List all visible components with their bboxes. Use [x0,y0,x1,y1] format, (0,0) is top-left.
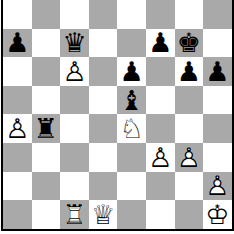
board-frame: ♟♛♟♚♟♙♟♟♟♝♟♙♜♞♘♟♙♟♙♟♙♜♖♛♕♚♔ [1,0,234,231]
chess-diagram: ♟♛♟♚♟♙♟♟♟♝♟♙♜♞♘♟♙♟♙♟♙♜♖♛♕♚♔ [0,0,234,234]
square-b6[interactable] [32,57,61,86]
square-h2[interactable]: ♟♙ [203,172,232,201]
square-c4[interactable] [60,114,89,143]
square-a1[interactable] [3,200,32,229]
square-g3[interactable]: ♟♙ [175,143,204,172]
square-b3[interactable] [32,143,61,172]
square-d3[interactable] [89,143,118,172]
piece-white-knight[interactable]: ♞♘ [117,114,146,143]
square-f6[interactable] [146,57,175,86]
square-d1[interactable]: ♛♕ [89,200,118,229]
piece-black-pawn[interactable]: ♟ [3,29,32,58]
square-e2[interactable] [117,172,146,201]
square-b1[interactable] [32,200,61,229]
black-pawn-glyph: ♟ [203,57,232,86]
black-queen-glyph: ♛ [60,29,89,58]
piece-white-pawn[interactable]: ♟♙ [146,143,175,172]
square-c8[interactable] [60,0,89,29]
square-d8[interactable] [89,0,118,29]
piece-black-pawn[interactable]: ♟ [203,57,232,86]
square-f1[interactable] [146,200,175,229]
square-e8[interactable] [117,0,146,29]
black-bishop-glyph: ♝ [117,86,146,115]
black-pawn-glyph: ♟ [146,29,175,58]
square-c6[interactable]: ♟♙ [60,57,89,86]
white-queen-outline-glyph: ♕ [89,200,118,229]
square-f4[interactable] [146,114,175,143]
square-g4[interactable] [175,114,204,143]
piece-black-pawn[interactable]: ♟ [117,57,146,86]
square-h1[interactable]: ♚♔ [203,200,232,229]
square-c3[interactable] [60,143,89,172]
piece-white-pawn[interactable]: ♟♙ [203,172,232,201]
black-pawn-glyph: ♟ [3,29,32,58]
square-e4[interactable]: ♞♘ [117,114,146,143]
square-b8[interactable] [32,0,61,29]
black-pawn-glyph: ♟ [117,57,146,86]
square-a5[interactable] [3,86,32,115]
square-f3[interactable]: ♟♙ [146,143,175,172]
square-h6[interactable]: ♟ [203,57,232,86]
piece-white-rook[interactable]: ♜♖ [60,200,89,229]
piece-white-pawn[interactable]: ♟♙ [60,57,89,86]
square-f7[interactable]: ♟ [146,29,175,58]
square-b2[interactable] [32,172,61,201]
square-g2[interactable] [175,172,204,201]
chess-board[interactable]: ♟♛♟♚♟♙♟♟♟♝♟♙♜♞♘♟♙♟♙♟♙♜♖♛♕♚♔ [3,0,232,229]
square-g5[interactable] [175,86,204,115]
white-pawn-outline-glyph: ♙ [203,172,232,201]
white-pawn-outline-glyph: ♙ [60,57,89,86]
square-e3[interactable] [117,143,146,172]
square-a3[interactable] [3,143,32,172]
piece-black-pawn[interactable]: ♟ [146,29,175,58]
square-a8[interactable] [3,0,32,29]
square-h3[interactable] [203,143,232,172]
square-e5[interactable]: ♝ [117,86,146,115]
white-rook-outline-glyph: ♖ [60,200,89,229]
piece-black-queen[interactable]: ♛ [60,29,89,58]
square-a4[interactable]: ♟♙ [3,114,32,143]
square-a2[interactable] [3,172,32,201]
piece-black-pawn[interactable]: ♟ [175,57,204,86]
piece-black-rook[interactable]: ♜ [32,114,61,143]
square-b7[interactable] [32,29,61,58]
square-h5[interactable] [203,86,232,115]
black-king-glyph: ♚ [175,29,204,58]
square-b4[interactable]: ♜ [32,114,61,143]
square-f5[interactable] [146,86,175,115]
square-f2[interactable] [146,172,175,201]
square-e1[interactable] [117,200,146,229]
square-g6[interactable]: ♟ [175,57,204,86]
square-d7[interactable] [89,29,118,58]
white-pawn-outline-glyph: ♙ [175,143,204,172]
square-c7[interactable]: ♛ [60,29,89,58]
square-d2[interactable] [89,172,118,201]
piece-white-pawn[interactable]: ♟♙ [3,114,32,143]
square-b5[interactable] [32,86,61,115]
white-pawn-outline-glyph: ♙ [3,114,32,143]
black-rook-glyph: ♜ [32,114,61,143]
square-e7[interactable] [117,29,146,58]
square-a6[interactable] [3,57,32,86]
square-a7[interactable]: ♟ [3,29,32,58]
piece-white-king[interactable]: ♚♔ [203,200,232,229]
square-e6[interactable]: ♟ [117,57,146,86]
square-g7[interactable]: ♚ [175,29,204,58]
piece-black-king[interactable]: ♚ [175,29,204,58]
square-d5[interactable] [89,86,118,115]
square-d4[interactable] [89,114,118,143]
square-h7[interactable] [203,29,232,58]
square-c5[interactable] [60,86,89,115]
square-c1[interactable]: ♜♖ [60,200,89,229]
square-g1[interactable] [175,200,204,229]
piece-white-queen[interactable]: ♛♕ [89,200,118,229]
square-f8[interactable] [146,0,175,29]
square-g8[interactable] [175,0,204,29]
square-h8[interactable] [203,0,232,29]
square-h4[interactable] [203,114,232,143]
square-c2[interactable] [60,172,89,201]
white-knight-outline-glyph: ♘ [117,114,146,143]
black-pawn-glyph: ♟ [175,57,204,86]
square-d6[interactable] [89,57,118,86]
piece-black-bishop[interactable]: ♝ [117,86,146,115]
white-king-outline-glyph: ♔ [203,200,232,229]
white-pawn-outline-glyph: ♙ [146,143,175,172]
piece-white-pawn[interactable]: ♟♙ [175,143,204,172]
